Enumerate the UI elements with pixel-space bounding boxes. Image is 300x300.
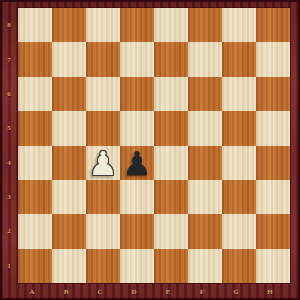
rank-label-7: 7 (0, 42, 18, 76)
chess-board: ♟♟ (18, 8, 290, 283)
square-b8[interactable] (52, 8, 86, 42)
square-g5[interactable] (222, 111, 256, 145)
square-h2[interactable] (256, 214, 290, 248)
square-d7[interactable] (120, 42, 154, 76)
square-f5[interactable] (188, 111, 222, 145)
rank-labels: 87654321 (0, 8, 18, 283)
square-c6[interactable] (86, 77, 120, 111)
square-d4[interactable]: ♟ (120, 146, 154, 180)
file-label-b: B (49, 283, 83, 300)
square-a8[interactable] (18, 8, 52, 42)
square-e4[interactable] (154, 146, 188, 180)
square-h7[interactable] (256, 42, 290, 76)
square-c4[interactable]: ♟ (86, 146, 120, 180)
rank-label-2: 2 (0, 214, 18, 248)
chess-app-window: 87654321 ABCDEFGH ♟♟ (0, 0, 300, 300)
square-g1[interactable] (222, 249, 256, 283)
square-f6[interactable] (188, 77, 222, 111)
square-c8[interactable] (86, 8, 120, 42)
square-c2[interactable] (86, 214, 120, 248)
square-d1[interactable] (120, 249, 154, 283)
square-c1[interactable] (86, 249, 120, 283)
square-d6[interactable] (120, 77, 154, 111)
rank-label-1: 1 (0, 249, 18, 283)
square-g2[interactable] (222, 214, 256, 248)
square-b1[interactable] (52, 249, 86, 283)
square-g6[interactable] (222, 77, 256, 111)
square-a6[interactable] (18, 77, 52, 111)
rank-label-5: 5 (0, 111, 18, 145)
square-b2[interactable] (52, 214, 86, 248)
square-h1[interactable] (256, 249, 290, 283)
file-label-e: E (151, 283, 185, 300)
square-d8[interactable] (120, 8, 154, 42)
square-e8[interactable] (154, 8, 188, 42)
file-label-c: C (83, 283, 117, 300)
square-a7[interactable] (18, 42, 52, 76)
file-label-f: F (185, 283, 219, 300)
square-f8[interactable] (188, 8, 222, 42)
square-d2[interactable] (120, 214, 154, 248)
square-g8[interactable] (222, 8, 256, 42)
square-g3[interactable] (222, 180, 256, 214)
square-f1[interactable] (188, 249, 222, 283)
square-d5[interactable] (120, 111, 154, 145)
square-f4[interactable] (188, 146, 222, 180)
square-f2[interactable] (188, 214, 222, 248)
square-e7[interactable] (154, 42, 188, 76)
square-b4[interactable] (52, 146, 86, 180)
square-a4[interactable] (18, 146, 52, 180)
white-pawn-c4[interactable]: ♟ (88, 147, 118, 180)
square-e6[interactable] (154, 77, 188, 111)
square-e5[interactable] (154, 111, 188, 145)
square-d3[interactable] (120, 180, 154, 214)
square-g7[interactable] (222, 42, 256, 76)
rank-label-4: 4 (0, 146, 18, 180)
square-g4[interactable] (222, 146, 256, 180)
file-label-g: G (219, 283, 253, 300)
square-a3[interactable] (18, 180, 52, 214)
square-c7[interactable] (86, 42, 120, 76)
file-label-a: A (15, 283, 49, 300)
file-label-h: H (253, 283, 287, 300)
square-h3[interactable] (256, 180, 290, 214)
rank-label-8: 8 (0, 8, 18, 42)
square-a1[interactable] (18, 249, 52, 283)
square-b5[interactable] (52, 111, 86, 145)
square-e2[interactable] (154, 214, 188, 248)
square-f7[interactable] (188, 42, 222, 76)
square-a5[interactable] (18, 111, 52, 145)
square-f3[interactable] (188, 180, 222, 214)
file-label-d: D (117, 283, 151, 300)
rank-label-3: 3 (0, 180, 18, 214)
square-e1[interactable] (154, 249, 188, 283)
square-a2[interactable] (18, 214, 52, 248)
square-h5[interactable] (256, 111, 290, 145)
square-h6[interactable] (256, 77, 290, 111)
square-h4[interactable] (256, 146, 290, 180)
rank-label-6: 6 (0, 77, 18, 111)
square-c5[interactable] (86, 111, 120, 145)
square-b7[interactable] (52, 42, 86, 76)
black-pawn-d4[interactable]: ♟ (122, 147, 152, 180)
square-b3[interactable] (52, 180, 86, 214)
square-h8[interactable] (256, 8, 290, 42)
square-b6[interactable] (52, 77, 86, 111)
square-e3[interactable] (154, 180, 188, 214)
file-labels: ABCDEFGH (18, 283, 290, 300)
square-c3[interactable] (86, 180, 120, 214)
